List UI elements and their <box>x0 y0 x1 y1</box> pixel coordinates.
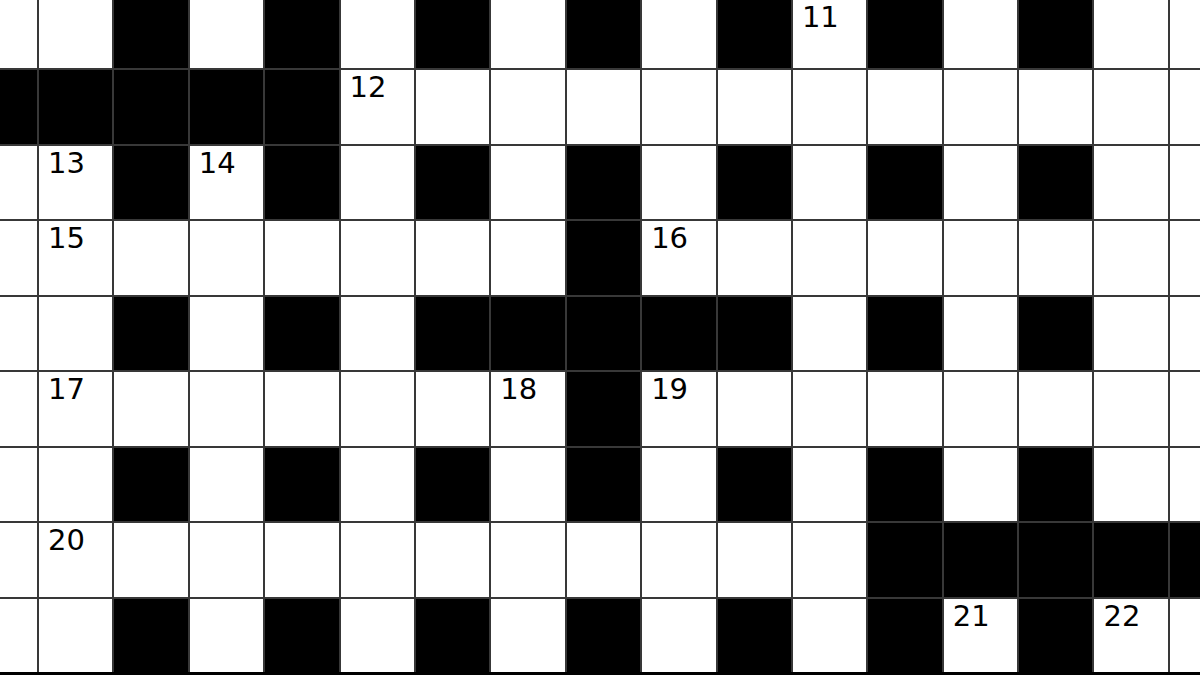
cell-r4-c1[interactable] <box>39 297 112 371</box>
cell-r8-c1[interactable] <box>39 599 112 673</box>
black-cell-r4-c7 <box>491 297 564 371</box>
cell-r7-c3[interactable] <box>190 523 263 597</box>
cell-r5-c5[interactable] <box>341 372 414 446</box>
black-cell-r7-c16 <box>1170 523 1200 597</box>
cell-r1-c14[interactable] <box>1019 70 1092 144</box>
cell-r7-c7[interactable] <box>491 523 564 597</box>
cell-r0-c3[interactable] <box>190 0 263 68</box>
cell-r2-c13[interactable] <box>944 146 1017 220</box>
black-cell-r4-c4 <box>265 297 338 371</box>
cell-r6-c13[interactable] <box>944 448 1017 522</box>
cell-r5-c10[interactable] <box>718 372 791 446</box>
cell-r2-c15[interactable] <box>1094 146 1167 220</box>
cell-r0-c9[interactable] <box>642 0 715 68</box>
cell-r5-c2[interactable] <box>114 372 187 446</box>
black-cell-r4-c2 <box>114 297 187 371</box>
black-cell-r0-c14 <box>1019 0 1092 68</box>
black-cell-r8-c4 <box>265 599 338 673</box>
cell-r0-c5[interactable] <box>341 0 414 68</box>
black-cell-r2-c4 <box>265 146 338 220</box>
black-cell-r1-c0 <box>0 70 37 144</box>
cell-r3-c12[interactable] <box>868 221 941 295</box>
cell-r1-c7[interactable] <box>491 70 564 144</box>
black-cell-r4-c9 <box>642 297 715 371</box>
cell-r6-c15[interactable] <box>1094 448 1167 522</box>
black-cell-r8-c2 <box>114 599 187 673</box>
clue-number-17: 17 <box>48 375 85 404</box>
cell-r6-c9[interactable] <box>642 448 715 522</box>
cell-r5-c12[interactable] <box>868 372 941 446</box>
black-cell-r6-c10 <box>718 448 791 522</box>
black-cell-r5-c8 <box>567 372 640 446</box>
black-cell-r4-c8 <box>567 297 640 371</box>
cell-r7-c0[interactable] <box>0 523 37 597</box>
cell-r4-c16[interactable] <box>1170 297 1200 371</box>
cell-r1-c16[interactable] <box>1170 70 1200 144</box>
cell-r3-c14[interactable] <box>1019 221 1092 295</box>
cell-r5-c13[interactable] <box>944 372 1017 446</box>
black-cell-r0-c8 <box>567 0 640 68</box>
cell-r1-c12[interactable] <box>868 70 941 144</box>
cell-r8-c5[interactable] <box>341 599 414 673</box>
cell-r4-c15[interactable] <box>1094 297 1167 371</box>
black-cell-r2-c12 <box>868 146 941 220</box>
cell-r5-c0[interactable] <box>0 372 37 446</box>
cell-r8-c3[interactable] <box>190 599 263 673</box>
cell-r2-c0[interactable] <box>0 146 37 220</box>
cell-r2-c1[interactable]: 13 <box>39 146 112 220</box>
cell-r8-c0[interactable] <box>0 599 37 673</box>
black-cell-r0-c2 <box>114 0 187 68</box>
black-cell-r8-c8 <box>567 599 640 673</box>
black-cell-r1-c3 <box>190 70 263 144</box>
cell-r3-c9[interactable]: 16 <box>642 221 715 295</box>
cell-r1-c9[interactable] <box>642 70 715 144</box>
cell-r3-c7[interactable] <box>491 221 564 295</box>
cell-r5-c1[interactable]: 17 <box>39 372 112 446</box>
clue-number-11: 11 <box>802 3 839 32</box>
black-cell-r2-c14 <box>1019 146 1092 220</box>
cell-r1-c11[interactable] <box>793 70 866 144</box>
clue-number-20: 20 <box>48 526 85 555</box>
cell-r3-c5[interactable] <box>341 221 414 295</box>
black-cell-r2-c2 <box>114 146 187 220</box>
clue-number-16: 16 <box>651 224 688 253</box>
cell-r0-c1[interactable] <box>39 0 112 68</box>
cell-r3-c2[interactable] <box>114 221 187 295</box>
cell-r7-c2[interactable] <box>114 523 187 597</box>
cell-r7-c6[interactable] <box>416 523 489 597</box>
cell-r8-c13[interactable]: 21 <box>944 599 1017 673</box>
cell-r1-c13[interactable] <box>944 70 1017 144</box>
cell-r3-c10[interactable] <box>718 221 791 295</box>
crossword-grid: 111213141516171819202122 <box>0 0 1200 675</box>
black-cell-r8-c12 <box>868 599 941 673</box>
cell-r2-c11[interactable] <box>793 146 866 220</box>
black-cell-r4-c10 <box>718 297 791 371</box>
cell-r3-c6[interactable] <box>416 221 489 295</box>
cell-r8-c9[interactable] <box>642 599 715 673</box>
clue-number-12: 12 <box>350 73 387 102</box>
black-cell-r8-c10 <box>718 599 791 673</box>
cell-r4-c11[interactable] <box>793 297 866 371</box>
black-cell-r4-c12 <box>868 297 941 371</box>
cell-r4-c13[interactable] <box>944 297 1017 371</box>
cell-r0-c15[interactable] <box>1094 0 1167 68</box>
black-cell-r7-c15 <box>1094 523 1167 597</box>
black-cell-r2-c8 <box>567 146 640 220</box>
cell-r2-c9[interactable] <box>642 146 715 220</box>
black-cell-r1-c4 <box>265 70 338 144</box>
cell-r0-c13[interactable] <box>944 0 1017 68</box>
cell-r1-c15[interactable] <box>1094 70 1167 144</box>
cell-r8-c15[interactable]: 22 <box>1094 599 1167 673</box>
cell-r1-c5[interactable]: 12 <box>341 70 414 144</box>
cell-r5-c3[interactable] <box>190 372 263 446</box>
black-cell-r0-c10 <box>718 0 791 68</box>
cell-r0-c7[interactable] <box>491 0 564 68</box>
cell-r5-c14[interactable] <box>1019 372 1092 446</box>
black-cell-r1-c2 <box>114 70 187 144</box>
cell-r1-c8[interactable] <box>567 70 640 144</box>
cell-r6-c0[interactable] <box>0 448 37 522</box>
cell-r4-c0[interactable] <box>0 297 37 371</box>
black-cell-r6-c8 <box>567 448 640 522</box>
clue-number-15: 15 <box>48 224 85 253</box>
cell-r5-c4[interactable] <box>265 372 338 446</box>
clue-number-18: 18 <box>500 375 537 404</box>
clue-number-13: 13 <box>48 149 85 178</box>
black-cell-r7-c12 <box>868 523 941 597</box>
cell-r5-c9[interactable]: 19 <box>642 372 715 446</box>
black-cell-r0-c6 <box>416 0 489 68</box>
cell-r0-c11[interactable]: 11 <box>793 0 866 68</box>
cell-r3-c13[interactable] <box>944 221 1017 295</box>
cell-r3-c4[interactable] <box>265 221 338 295</box>
cell-r7-c8[interactable] <box>567 523 640 597</box>
black-cell-r7-c13 <box>944 523 1017 597</box>
cell-r7-c10[interactable] <box>718 523 791 597</box>
cell-r7-c1[interactable]: 20 <box>39 523 112 597</box>
cell-r5-c15[interactable] <box>1094 372 1167 446</box>
clue-number-21: 21 <box>953 602 990 631</box>
black-cell-r7-c14 <box>1019 523 1092 597</box>
black-cell-r2-c6 <box>416 146 489 220</box>
cell-r7-c11[interactable] <box>793 523 866 597</box>
cell-r7-c4[interactable] <box>265 523 338 597</box>
cell-r6-c11[interactable] <box>793 448 866 522</box>
cell-r6-c3[interactable] <box>190 448 263 522</box>
cell-r4-c5[interactable] <box>341 297 414 371</box>
cell-r7-c5[interactable] <box>341 523 414 597</box>
black-cell-r6-c6 <box>416 448 489 522</box>
clue-number-19: 19 <box>651 375 688 404</box>
cell-r3-c15[interactable] <box>1094 221 1167 295</box>
cell-r4-c3[interactable] <box>190 297 263 371</box>
cell-r5-c11[interactable] <box>793 372 866 446</box>
cell-r6-c5[interactable] <box>341 448 414 522</box>
cell-r2-c5[interactable] <box>341 146 414 220</box>
cell-r1-c6[interactable] <box>416 70 489 144</box>
cell-r3-c0[interactable] <box>0 221 37 295</box>
black-cell-r4-c6 <box>416 297 489 371</box>
cell-r1-c10[interactable] <box>718 70 791 144</box>
cell-r3-c3[interactable] <box>190 221 263 295</box>
cell-r6-c1[interactable] <box>39 448 112 522</box>
cell-r8-c11[interactable] <box>793 599 866 673</box>
black-cell-r6-c14 <box>1019 448 1092 522</box>
black-cell-r8-c6 <box>416 599 489 673</box>
clue-number-14: 14 <box>199 149 236 178</box>
black-cell-r0-c4 <box>265 0 338 68</box>
black-cell-r8-c14 <box>1019 599 1092 673</box>
black-cell-r1-c1 <box>39 70 112 144</box>
clue-number-22: 22 <box>1103 602 1140 631</box>
cell-r3-c16[interactable] <box>1170 221 1200 295</box>
black-cell-r2-c10 <box>718 146 791 220</box>
cell-r3-c11[interactable] <box>793 221 866 295</box>
cell-r6-c16[interactable] <box>1170 448 1200 522</box>
black-cell-r0-c12 <box>868 0 941 68</box>
cell-r2-c16[interactable] <box>1170 146 1200 220</box>
cell-r5-c16[interactable] <box>1170 372 1200 446</box>
black-cell-r6-c2 <box>114 448 187 522</box>
black-cell-r4-c14 <box>1019 297 1092 371</box>
black-cell-r6-c4 <box>265 448 338 522</box>
cell-r3-c1[interactable]: 15 <box>39 221 112 295</box>
cell-r8-c16[interactable] <box>1170 599 1200 673</box>
black-cell-r3-c8 <box>567 221 640 295</box>
cell-r2-c7[interactable] <box>491 146 564 220</box>
cell-r0-c16[interactable] <box>1170 0 1200 68</box>
cell-r0-c0[interactable] <box>0 0 37 68</box>
black-cell-r6-c12 <box>868 448 941 522</box>
cell-r8-c7[interactable] <box>491 599 564 673</box>
cell-r7-c9[interactable] <box>642 523 715 597</box>
cell-r6-c7[interactable] <box>491 448 564 522</box>
cell-r5-c7[interactable]: 18 <box>491 372 564 446</box>
cell-r2-c3[interactable]: 14 <box>190 146 263 220</box>
cell-r5-c6[interactable] <box>416 372 489 446</box>
